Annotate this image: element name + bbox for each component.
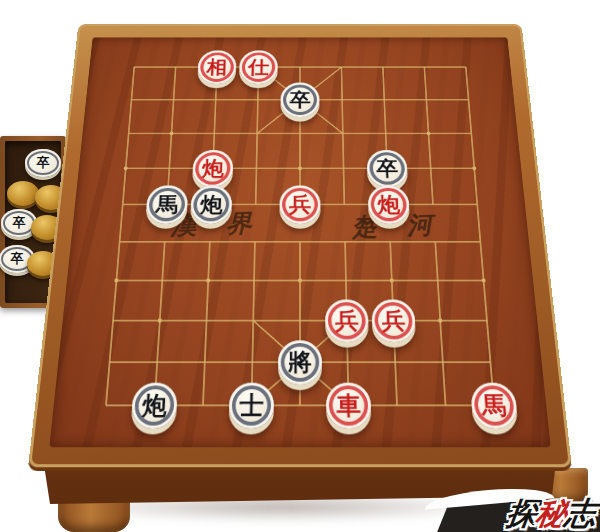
- piece-character: 將: [288, 350, 312, 374]
- piece-character: 兵: [381, 309, 405, 332]
- piece-character: 炮: [142, 393, 168, 418]
- piece-character: 兵: [335, 309, 359, 332]
- drawer-amber-disc[interactable]: [7, 181, 39, 206]
- piece-character: 仕: [248, 58, 269, 76]
- scene: 卒卒卒: [0, 0, 600, 532]
- piece-character: 炮: [200, 194, 223, 215]
- xiangqi-board[interactable]: 漢界 楚河 相仕卒炮卒馬炮兵炮兵兵將士炮車馬: [49, 37, 550, 447]
- piece-black-soldier-b[interactable]: 卒: [366, 150, 408, 187]
- piece-black-advisor[interactable]: 士: [228, 383, 274, 429]
- piece-character: 炮: [202, 158, 225, 178]
- piece-character: 相: [206, 58, 227, 76]
- watermark-char-3: 志: [563, 496, 597, 530]
- pieces-grid: 相仕卒炮卒馬炮兵炮兵兵將士炮車馬: [80, 51, 521, 427]
- table-leg-left: [58, 488, 130, 532]
- piece-character: 馬: [481, 393, 507, 418]
- drawer-black-piece[interactable]: 卒: [25, 149, 61, 177]
- piece-red-cannon-b[interactable]: 炮: [368, 185, 411, 223]
- piece-black-soldier-a[interactable]: 卒: [280, 83, 319, 118]
- piece-black-horse[interactable]: 馬: [145, 185, 188, 223]
- piece-red-soldier-a[interactable]: 兵: [279, 185, 320, 223]
- piece-character: 炮: [377, 194, 400, 215]
- piece-character: 車: [336, 393, 361, 418]
- piece-black-general[interactable]: 將: [278, 340, 322, 384]
- piece-black-cannon-a[interactable]: 炮: [190, 185, 233, 223]
- piece-character: 卒: [289, 90, 310, 109]
- watermark: 探 秘 志: [422, 490, 600, 532]
- piece-red-soldier-c[interactable]: 兵: [371, 300, 416, 343]
- piece-red-chariot[interactable]: 車: [326, 383, 372, 429]
- piece-character: 馬: [155, 194, 178, 215]
- piece-red-horse[interactable]: 馬: [470, 383, 519, 429]
- piece-character: 卒: [376, 158, 399, 178]
- piece-red-soldier-b[interactable]: 兵: [325, 300, 369, 343]
- piece-red-elephant[interactable]: 相: [197, 50, 237, 84]
- watermark-text: 探 秘 志: [505, 496, 597, 530]
- piece-red-cannon-a[interactable]: 炮: [192, 150, 234, 187]
- piece-black-cannon-b[interactable]: 炮: [130, 383, 178, 429]
- table-top: 漢界 楚河 相仕卒炮卒馬炮兵炮兵兵將士炮車馬: [28, 24, 572, 467]
- piece-red-advisor[interactable]: 仕: [239, 50, 278, 84]
- piece-character: 士: [239, 393, 264, 418]
- piece-character: 兵: [289, 194, 311, 215]
